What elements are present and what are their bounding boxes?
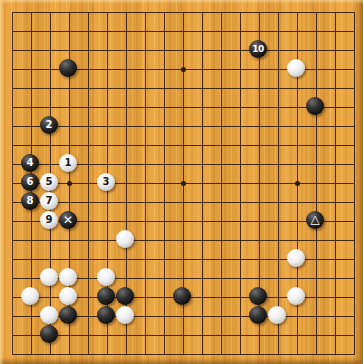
stone-white-move-9[interactable]: 9 bbox=[40, 211, 58, 229]
stone-white[interactable] bbox=[287, 249, 305, 267]
stone-black[interactable] bbox=[97, 287, 115, 305]
stone-black[interactable] bbox=[97, 306, 115, 324]
star-point bbox=[67, 181, 72, 186]
stone-black[interactable] bbox=[249, 306, 267, 324]
stone-black-x-marked[interactable]: ✕ bbox=[59, 211, 77, 229]
stone-black[interactable] bbox=[173, 287, 191, 305]
stone-black-move-8[interactable]: 8 bbox=[21, 192, 39, 210]
stone-white-move-3[interactable]: 3 bbox=[97, 173, 115, 191]
move-number-label: 1 bbox=[65, 158, 72, 168]
stone-white[interactable] bbox=[287, 59, 305, 77]
star-point bbox=[181, 67, 186, 72]
triangle-mark-icon: △ bbox=[310, 213, 319, 225]
move-number-label: 7 bbox=[46, 196, 53, 206]
move-number-label: 6 bbox=[27, 177, 34, 187]
stone-black[interactable] bbox=[249, 287, 267, 305]
move-number-label: 5 bbox=[46, 177, 53, 187]
move-number-label: 4 bbox=[27, 158, 34, 168]
move-number-label: 3 bbox=[103, 177, 110, 187]
go-board[interactable]: 10241653879✕△ bbox=[0, 0, 363, 364]
move-number-label: 9 bbox=[46, 215, 53, 225]
stone-white[interactable] bbox=[97, 268, 115, 286]
stone-black[interactable] bbox=[306, 97, 324, 115]
x-mark-icon: ✕ bbox=[63, 214, 73, 226]
star-point bbox=[181, 181, 186, 186]
stone-white-move-7[interactable]: 7 bbox=[40, 192, 58, 210]
stone-black-triangle-marked[interactable]: △ bbox=[306, 211, 324, 229]
star-point bbox=[295, 181, 300, 186]
stone-black-move-4[interactable]: 4 bbox=[21, 154, 39, 172]
stone-white-move-5[interactable]: 5 bbox=[40, 173, 58, 191]
stone-black[interactable] bbox=[116, 287, 134, 305]
stone-white[interactable] bbox=[116, 306, 134, 324]
stone-black[interactable] bbox=[40, 325, 58, 343]
stone-black[interactable] bbox=[59, 59, 77, 77]
stone-white[interactable] bbox=[116, 230, 134, 248]
move-number-label: 2 bbox=[46, 120, 53, 130]
stone-black[interactable] bbox=[59, 306, 77, 324]
stone-black-move-2[interactable]: 2 bbox=[40, 116, 58, 134]
stone-white[interactable] bbox=[59, 287, 77, 305]
stone-white[interactable] bbox=[21, 287, 39, 305]
move-number-label: 8 bbox=[27, 196, 34, 206]
stone-white[interactable] bbox=[40, 268, 58, 286]
stone-white[interactable] bbox=[59, 268, 77, 286]
stone-white[interactable] bbox=[287, 287, 305, 305]
move-number-label: 10 bbox=[252, 44, 264, 53]
stone-black-move-6[interactable]: 6 bbox=[21, 173, 39, 191]
stone-white-move-1[interactable]: 1 bbox=[59, 154, 77, 172]
stone-white[interactable] bbox=[40, 306, 58, 324]
stone-white[interactable] bbox=[268, 306, 286, 324]
stone-black-move-10[interactable]: 10 bbox=[249, 40, 267, 58]
